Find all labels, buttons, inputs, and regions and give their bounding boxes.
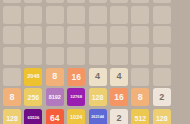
tile-2-r6c5: 2: [110, 109, 128, 124]
tile-1024-r6c3: 1024: [67, 109, 85, 124]
empty-cell-r1c7: [153, 6, 171, 24]
empty-cell-r3c5: [110, 47, 128, 65]
empty-cell-r3c7: [153, 47, 171, 65]
tile-128-r5c4: 128: [89, 88, 107, 106]
tile-65536-r6c1: 65536: [24, 109, 42, 124]
tile-262144-r6c4: 262144: [89, 109, 107, 124]
tile-128-r6c7: 128: [153, 109, 171, 124]
empty-cell-r2c6: [131, 26, 149, 44]
empty-cell-r2c1: [24, 26, 42, 44]
empty-cell-r0c4: [89, 0, 107, 3]
empty-cell-r1c0: [3, 6, 21, 24]
tile-2048-r4c1: 2048: [24, 68, 42, 86]
empty-cell-r2c7: [153, 26, 171, 44]
empty-cell-r3c6: [131, 47, 149, 65]
empty-cell-r2c3: [67, 26, 85, 44]
tile-8-r5c6: 8: [131, 88, 149, 106]
empty-cell-r2c5: [110, 26, 128, 44]
empty-cell-r2c4: [89, 26, 107, 44]
tile-8-r4c2: 8: [46, 68, 64, 86]
empty-cell-r3c0: [3, 47, 21, 65]
empty-cell-r3c1: [24, 47, 42, 65]
empty-cell-r4c6: [131, 68, 149, 86]
empty-cell-r1c3: [67, 6, 85, 24]
board-grid[interactable]: 2048816448256819232768128168212865536641…: [3, 0, 171, 124]
tile-64-r6c2: 64: [46, 109, 64, 124]
empty-cell-r4c7: [153, 68, 171, 86]
empty-cell-r1c1: [24, 6, 42, 24]
tile-16-r4c3: 16: [67, 68, 85, 86]
empty-cell-r0c5: [110, 0, 128, 3]
tile-8192-r5c2: 8192: [46, 88, 64, 106]
empty-cell-r3c3: [67, 47, 85, 65]
empty-cell-r3c4: [89, 47, 107, 65]
empty-cell-r1c4: [89, 6, 107, 24]
tile-4-r4c5: 4: [110, 68, 128, 86]
tile-32768-r5c3: 32768: [67, 88, 85, 106]
empty-cell-r4c0: [3, 68, 21, 86]
empty-cell-r1c5: [110, 6, 128, 24]
empty-cell-r0c1: [24, 0, 42, 3]
empty-cell-r3c2: [46, 47, 64, 65]
tile-4-r4c4: 4: [89, 68, 107, 86]
empty-cell-r2c2: [46, 26, 64, 44]
tile-8-r5c0: 8: [3, 88, 21, 106]
tile-512-r6c6: 512: [131, 109, 149, 124]
tile-256-r5c1: 256: [24, 88, 42, 106]
empty-cell-r1c6: [131, 6, 149, 24]
empty-cell-r1c2: [46, 6, 64, 24]
empty-cell-r0c7: [153, 0, 171, 3]
game-viewport: 2048816448256819232768128168212865536641…: [0, 0, 190, 124]
tile-16-r5c5: 16: [110, 88, 128, 106]
tile-2-r5c7: 2: [153, 88, 171, 106]
empty-cell-r0c3: [67, 0, 85, 3]
tile-128-r6c0: 128: [3, 109, 21, 124]
empty-cell-r0c6: [131, 0, 149, 3]
empty-cell-r0c0: [3, 0, 21, 3]
empty-cell-r2c0: [3, 26, 21, 44]
empty-cell-r0c2: [46, 0, 64, 3]
